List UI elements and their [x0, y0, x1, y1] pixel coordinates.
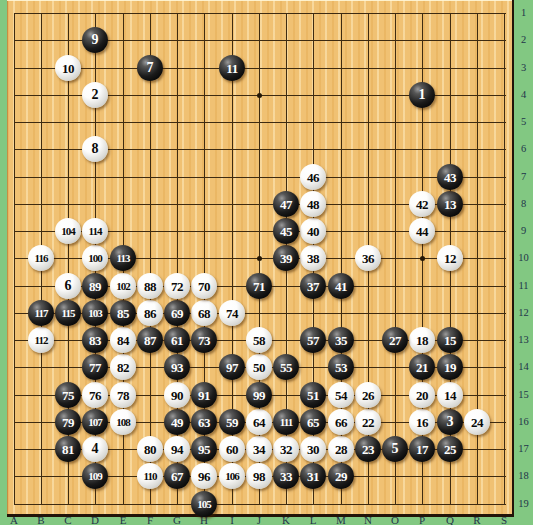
stone-W-G17[interactable]: 94 — [164, 436, 190, 462]
row-label-12: 12 — [515, 308, 532, 318]
row-label-15: 15 — [515, 390, 532, 400]
row-label-7: 7 — [515, 172, 532, 182]
stone-W-D10[interactable]: 100 — [82, 245, 108, 271]
stone-B-K16[interactable]: 111 — [273, 409, 299, 435]
stone-B-P17[interactable]: 17 — [409, 436, 435, 462]
stone-W-P9[interactable]: 44 — [409, 218, 435, 244]
stone-W-I18[interactable]: 106 — [219, 463, 245, 489]
stone-B-C12[interactable]: 115 — [55, 300, 81, 326]
stone-W-L8[interactable]: 48 — [300, 191, 326, 217]
stone-W-D9[interactable]: 114 — [82, 218, 108, 244]
stone-W-N15[interactable]: 26 — [355, 382, 381, 408]
stone-W-D4[interactable]: 2 — [82, 82, 108, 108]
grid-line-vertical — [395, 13, 396, 505]
stone-W-P8[interactable]: 42 — [409, 191, 435, 217]
row-label-10: 10 — [515, 253, 532, 263]
stone-B-D2[interactable]: 9 — [82, 27, 108, 53]
stone-B-C16[interactable]: 79 — [55, 409, 81, 435]
column-label-N: N — [360, 516, 376, 525]
grid-line-vertical — [504, 13, 505, 505]
stone-W-H11[interactable]: 70 — [191, 273, 217, 299]
stone-W-D6[interactable]: 8 — [82, 136, 108, 162]
stone-W-K17[interactable]: 32 — [273, 436, 299, 462]
stone-B-E10[interactable]: 113 — [110, 245, 136, 271]
stone-B-I14[interactable]: 97 — [219, 354, 245, 380]
row-label-4: 4 — [515, 90, 532, 100]
stone-W-B10[interactable]: 116 — [28, 245, 54, 271]
stone-W-E11[interactable]: 102 — [110, 273, 136, 299]
stone-W-M16[interactable]: 66 — [328, 409, 354, 435]
column-label-H: H — [196, 516, 212, 525]
stone-W-D17[interactable]: 4 — [82, 436, 108, 462]
stone-W-N16[interactable]: 22 — [355, 409, 381, 435]
stone-W-D15[interactable]: 76 — [82, 382, 108, 408]
stone-B-F3[interactable]: 7 — [137, 55, 163, 81]
stone-W-J13[interactable]: 58 — [246, 327, 272, 353]
grid-line-horizontal — [14, 122, 506, 123]
row-label-14: 14 — [515, 362, 532, 372]
row-label-2: 2 — [515, 35, 532, 45]
row-label-9: 9 — [515, 226, 532, 236]
stone-B-D12[interactable]: 103 — [82, 300, 108, 326]
stone-W-M15[interactable]: 54 — [328, 382, 354, 408]
stone-B-M13[interactable]: 35 — [328, 327, 354, 353]
stone-B-H16[interactable]: 63 — [191, 409, 217, 435]
column-label-F: F — [142, 516, 158, 525]
stone-B-D11[interactable]: 89 — [82, 273, 108, 299]
stone-W-E13[interactable]: 84 — [110, 327, 136, 353]
stone-B-K8[interactable]: 47 — [273, 191, 299, 217]
stone-W-P16[interactable]: 16 — [409, 409, 435, 435]
grid-line-horizontal — [14, 504, 506, 505]
stone-B-P14[interactable]: 21 — [409, 354, 435, 380]
stone-B-L15[interactable]: 51 — [300, 382, 326, 408]
stone-B-D16[interactable]: 107 — [82, 409, 108, 435]
stone-W-Q15[interactable]: 14 — [437, 382, 463, 408]
stone-B-Q16[interactable]: 3 — [437, 409, 463, 435]
star-point — [257, 256, 262, 261]
stone-B-G14[interactable]: 93 — [164, 354, 190, 380]
stone-W-F17[interactable]: 80 — [137, 436, 163, 462]
stone-B-H17[interactable]: 95 — [191, 436, 217, 462]
stone-B-Q17[interactable]: 25 — [437, 436, 463, 462]
stone-B-D14[interactable]: 77 — [82, 354, 108, 380]
row-label-17: 17 — [515, 444, 532, 454]
stone-W-E14[interactable]: 82 — [110, 354, 136, 380]
stone-B-D18[interactable]: 109 — [82, 463, 108, 489]
row-label-11: 11 — [515, 281, 532, 291]
row-label-1: 1 — [515, 8, 532, 18]
star-point — [257, 93, 262, 98]
stone-W-H12[interactable]: 68 — [191, 300, 217, 326]
stone-W-C3[interactable]: 10 — [55, 55, 81, 81]
stone-W-B13[interactable]: 112 — [28, 327, 54, 353]
stone-B-C17[interactable]: 81 — [55, 436, 81, 462]
stone-W-L7[interactable]: 46 — [300, 164, 326, 190]
column-label-A: A — [6, 516, 22, 525]
stone-B-L16[interactable]: 65 — [300, 409, 326, 435]
stone-B-I3[interactable]: 11 — [219, 55, 245, 81]
grid-line-vertical — [14, 13, 15, 505]
column-label-D: D — [87, 516, 103, 525]
stone-B-J15[interactable]: 99 — [246, 382, 272, 408]
stone-B-H19[interactable]: 105 — [191, 491, 217, 517]
column-label-Q: Q — [442, 516, 458, 525]
stone-W-F18[interactable]: 110 — [137, 463, 163, 489]
stone-W-J16[interactable]: 64 — [246, 409, 272, 435]
stone-W-L9[interactable]: 40 — [300, 218, 326, 244]
stone-W-P13[interactable]: 18 — [409, 327, 435, 353]
stone-B-D13[interactable]: 83 — [82, 327, 108, 353]
stone-B-E12[interactable]: 85 — [110, 300, 136, 326]
stone-B-P4[interactable]: 1 — [409, 82, 435, 108]
stone-W-G15[interactable]: 90 — [164, 382, 190, 408]
stone-W-I12[interactable]: 74 — [219, 300, 245, 326]
stone-B-O13[interactable]: 27 — [382, 327, 408, 353]
row-label-3: 3 — [515, 63, 532, 73]
row-label-8: 8 — [515, 199, 532, 209]
stone-B-L13[interactable]: 57 — [300, 327, 326, 353]
row-label-16: 16 — [515, 417, 532, 427]
stone-B-Q14[interactable]: 19 — [437, 354, 463, 380]
stone-W-I17[interactable]: 60 — [219, 436, 245, 462]
stone-B-K14[interactable]: 55 — [273, 354, 299, 380]
stone-B-N17[interactable]: 23 — [355, 436, 381, 462]
stone-W-G11[interactable]: 72 — [164, 273, 190, 299]
stone-W-E15[interactable]: 78 — [110, 382, 136, 408]
stone-W-H18[interactable]: 96 — [191, 463, 217, 489]
row-label-13: 13 — [515, 335, 532, 345]
stone-B-L11[interactable]: 37 — [300, 273, 326, 299]
stone-B-B12[interactable]: 117 — [28, 300, 54, 326]
stone-W-E16[interactable]: 108 — [110, 409, 136, 435]
row-label-6: 6 — [515, 144, 532, 154]
stone-W-Q10[interactable]: 12 — [437, 245, 463, 271]
stone-B-C15[interactable]: 75 — [55, 382, 81, 408]
stone-B-M18[interactable]: 29 — [328, 463, 354, 489]
stone-B-Q8[interactable]: 13 — [437, 191, 463, 217]
column-label-S: S — [496, 516, 512, 525]
stone-B-H15[interactable]: 91 — [191, 382, 217, 408]
stone-B-K18[interactable]: 33 — [273, 463, 299, 489]
row-label-19: 19 — [515, 499, 532, 509]
star-point — [420, 256, 425, 261]
row-label-5: 5 — [515, 117, 532, 127]
stone-W-F11[interactable]: 88 — [137, 273, 163, 299]
stone-W-N10[interactable]: 36 — [355, 245, 381, 271]
column-label-K: K — [278, 516, 294, 525]
stone-W-J18[interactable]: 98 — [246, 463, 272, 489]
stone-B-Q7[interactable]: 43 — [437, 164, 463, 190]
stone-B-G16[interactable]: 49 — [164, 409, 190, 435]
stone-B-G13[interactable]: 61 — [164, 327, 190, 353]
stone-W-C9[interactable]: 104 — [55, 218, 81, 244]
column-label-J: J — [251, 516, 267, 525]
stone-W-M17[interactable]: 28 — [328, 436, 354, 462]
stone-B-M11[interactable]: 41 — [328, 273, 354, 299]
column-label-I: I — [224, 516, 240, 525]
stone-B-J11[interactable]: 71 — [246, 273, 272, 299]
stone-W-L17[interactable]: 30 — [300, 436, 326, 462]
column-label-L: L — [305, 516, 321, 525]
column-label-E: E — [115, 516, 131, 525]
column-label-P: P — [414, 516, 430, 525]
go-diagram-page: ABCDEFGHIJKLMNOPQRS123456789101112131415… — [0, 0, 533, 525]
column-label-C: C — [60, 516, 76, 525]
stone-W-P15[interactable]: 20 — [409, 382, 435, 408]
board-overlay: ABCDEFGHIJKLMNOPQRS123456789101112131415… — [0, 0, 533, 525]
row-label-18: 18 — [515, 471, 532, 481]
grid-line-vertical — [150, 13, 151, 505]
stone-W-C11[interactable]: 6 — [55, 273, 81, 299]
stone-B-M14[interactable]: 53 — [328, 354, 354, 380]
stone-B-F13[interactable]: 87 — [137, 327, 163, 353]
stone-W-J14[interactable]: 50 — [246, 354, 272, 380]
stone-B-G12[interactable]: 69 — [164, 300, 190, 326]
stone-W-L10[interactable]: 38 — [300, 245, 326, 271]
grid-line-horizontal — [14, 13, 506, 14]
stone-W-J17[interactable]: 34 — [246, 436, 272, 462]
grid-line-horizontal — [14, 68, 506, 69]
stone-B-G18[interactable]: 67 — [164, 463, 190, 489]
stone-B-I16[interactable]: 59 — [219, 409, 245, 435]
stone-B-K10[interactable]: 39 — [273, 245, 299, 271]
column-label-G: G — [169, 516, 185, 525]
stone-W-F12[interactable]: 86 — [137, 300, 163, 326]
stone-B-H13[interactable]: 73 — [191, 327, 217, 353]
column-label-O: O — [387, 516, 403, 525]
column-label-B: B — [33, 516, 49, 525]
column-label-M: M — [333, 516, 349, 525]
column-label-R: R — [469, 516, 485, 525]
stone-B-K9[interactable]: 45 — [273, 218, 299, 244]
stone-B-O17[interactable]: 5 — [382, 436, 408, 462]
grid-line-horizontal — [14, 177, 506, 178]
stone-W-R16[interactable]: 24 — [464, 409, 490, 435]
stone-B-L18[interactable]: 31 — [300, 463, 326, 489]
stone-B-Q13[interactable]: 15 — [437, 327, 463, 353]
